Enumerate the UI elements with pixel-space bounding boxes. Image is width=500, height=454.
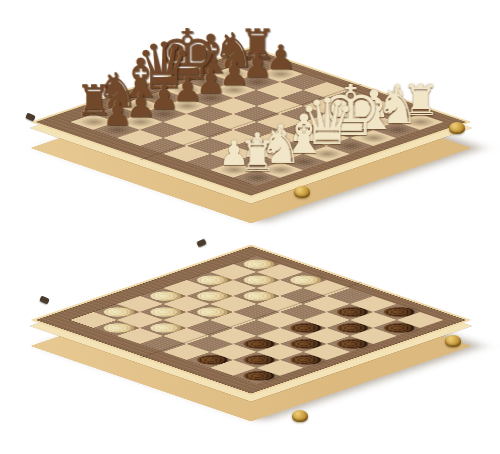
brass-clasp-chess-front (294, 186, 310, 198)
chess-piece-glyph: ♟ (72, 96, 162, 130)
chess-board: ♜♞♝♛♚♝♞♜♟♟♟♟♟♟♟♟♟♟♟♟♟♟♟♟♜♞♝♛♚♝♞♜ (30, 47, 471, 198)
checker-dark-man-h2 (378, 305, 416, 318)
checkers-square-f1 (350, 328, 397, 344)
checkers-square-h5 (303, 280, 350, 296)
chess-square-a1: ♜ (233, 170, 280, 186)
product-photo: ♜♞♝♛♚♝♞♜♟♟♟♟♟♟♟♟♟♟♟♟♟♟♟♟♜♞♝♛♚♝♞♜ (0, 0, 500, 454)
brass-clasp-checkers-right (445, 335, 461, 347)
chess-piece-glyph: ♜ (212, 136, 302, 178)
checker-light-man-d6 (191, 305, 229, 318)
checkers-board (30, 245, 471, 396)
brass-clasp-checkers-front (292, 410, 308, 422)
checkers-view (0, 227, 500, 454)
chess-board-frame: ♜♞♝♛♚♝♞♜♟♟♟♟♟♟♟♟♟♟♟♟♟♟♟♟♜♞♝♛♚♝♞♜ (36, 48, 466, 195)
chess-view: ♜♞♝♛♚♝♞♜♟♟♟♟♟♟♟♟♟♟♟♟♟♟♟♟♜♞♝♛♚♝♞♜ (0, 0, 500, 227)
brass-clasp-chess-right (449, 122, 465, 134)
chess-piece-dark-pawn-a7: ♟ (93, 122, 140, 138)
chess-piece-light-rook-a1: ♜ (233, 170, 280, 186)
chess-square-a7: ♟ (93, 122, 140, 138)
